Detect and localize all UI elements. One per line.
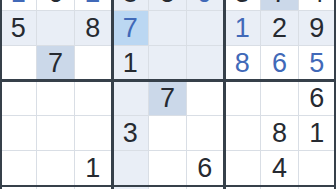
cell-r2c4[interactable]: 7 [112,11,149,46]
cell-r3c5[interactable] [149,46,186,81]
cell-r6c4[interactable] [112,151,149,186]
cell-r7c4[interactable] [112,186,149,189]
cell-r5c6[interactable] [187,116,224,151]
cell-r1c2[interactable]: 6 [37,0,74,11]
cell-r2c9[interactable]: 9 [299,11,336,46]
cell-r4c3[interactable] [75,81,112,116]
cell-r1c8[interactable]: 7 [261,0,298,11]
cell-r7c5[interactable] [149,186,186,189]
cell-r1c1[interactable]: 1 [0,0,37,11]
sudoku-app-screen: 1628593745871297186576381164 [0,0,336,189]
cell-r6c6[interactable]: 6 [187,151,224,186]
cell-r3c9[interactable]: 5 [299,46,336,81]
cell-r5c2[interactable] [37,116,74,151]
cell-r1c4[interactable]: 8 [112,0,149,11]
cell-r2c3[interactable]: 8 [75,11,112,46]
cell-r2c1[interactable]: 5 [0,11,37,46]
cell-r4c4[interactable] [112,81,149,116]
cell-r7c2[interactable] [37,186,74,189]
cell-r2c5[interactable] [149,11,186,46]
cell-r1c6[interactable]: 9 [187,0,224,11]
cell-r5c9[interactable]: 1 [299,116,336,151]
cell-r3c4[interactable]: 1 [112,46,149,81]
cell-r5c5[interactable] [149,116,186,151]
cell-r6c2[interactable] [37,151,74,186]
cell-r6c7[interactable] [224,151,261,186]
cell-r4c7[interactable] [224,81,261,116]
cell-r4c5[interactable]: 7 [149,81,186,116]
sudoku-board: 1628593745871297186576381164 [0,0,336,189]
cell-r6c1[interactable] [0,151,37,186]
cell-r1c5[interactable]: 5 [149,0,186,11]
cell-r6c5[interactable] [149,151,186,186]
cell-r6c9[interactable] [299,151,336,186]
cell-r4c1[interactable] [0,81,37,116]
cell-r5c7[interactable] [224,116,261,151]
cell-r3c3[interactable] [75,46,112,81]
cell-r7c6[interactable] [187,186,224,189]
cell-r7c7[interactable] [224,186,261,189]
cell-r1c7[interactable]: 3 [224,0,261,11]
cell-r2c6[interactable] [187,11,224,46]
cell-r7c9[interactable] [299,186,336,189]
cell-r3c8[interactable]: 6 [261,46,298,81]
cell-r5c3[interactable] [75,116,112,151]
cell-r5c1[interactable] [0,116,37,151]
cell-r4c9[interactable]: 6 [299,81,336,116]
cell-r4c6[interactable] [187,81,224,116]
cell-r3c1[interactable] [0,46,37,81]
cell-r2c2[interactable] [37,11,74,46]
cell-r3c2[interactable]: 7 [37,46,74,81]
cell-r6c3[interactable]: 1 [75,151,112,186]
cell-r7c1[interactable] [0,186,37,189]
cell-r3c6[interactable] [187,46,224,81]
cell-r7c8[interactable] [261,186,298,189]
cell-r7c3[interactable] [75,186,112,189]
cell-r2c8[interactable]: 2 [261,11,298,46]
cell-r1c3[interactable]: 2 [75,0,112,11]
cell-r5c4[interactable]: 3 [112,116,149,151]
cell-r1c9[interactable]: 4 [299,0,336,11]
cell-r6c8[interactable]: 4 [261,151,298,186]
cell-r4c8[interactable] [261,81,298,116]
cell-r3c7[interactable]: 8 [224,46,261,81]
cell-r5c8[interactable]: 8 [261,116,298,151]
cell-r4c2[interactable] [37,81,74,116]
cell-r2c7[interactable]: 1 [224,11,261,46]
